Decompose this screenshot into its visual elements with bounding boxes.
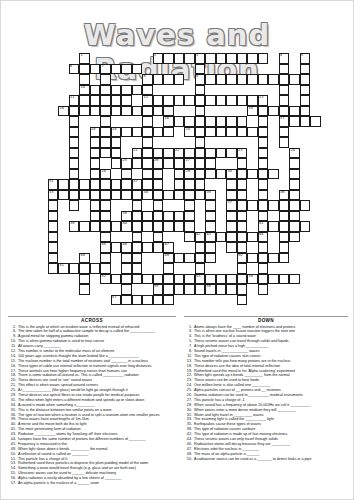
grid-cell[interactable] (174, 158, 185, 169)
grid-cell[interactable]: 30 (226, 169, 237, 180)
grid-cell[interactable] (90, 106, 101, 117)
grid-cell[interactable]: 11 (69, 95, 80, 106)
grid-cell[interactable] (163, 106, 174, 117)
grid-cell[interactable] (216, 53, 227, 64)
grid-cell[interactable] (184, 53, 195, 64)
grid-cell[interactable] (226, 127, 237, 138)
grid-cell[interactable] (279, 64, 290, 75)
grid-cell[interactable]: 6 (69, 64, 80, 75)
grid-cell[interactable] (237, 263, 248, 274)
grid-cell[interactable]: 48 (79, 253, 90, 264)
grid-cell[interactable] (174, 179, 185, 190)
grid-cell[interactable] (205, 221, 216, 232)
grid-cell[interactable] (258, 169, 269, 180)
grid-cell[interactable] (111, 95, 122, 106)
grid-cell[interactable] (142, 106, 153, 117)
grid-cell[interactable] (153, 211, 164, 222)
grid-cell[interactable] (132, 158, 143, 169)
grid-cell[interactable] (258, 200, 269, 211)
grid-cell[interactable] (226, 274, 237, 285)
grid-cell[interactable] (142, 179, 153, 190)
grid-cell[interactable] (100, 106, 111, 117)
grid-cell[interactable] (237, 295, 248, 306)
grid-cell[interactable] (48, 232, 59, 243)
grid-cell[interactable] (279, 221, 290, 232)
grid-cell[interactable] (100, 127, 111, 138)
grid-cell[interactable]: 12 (142, 95, 153, 106)
grid-cell[interactable] (184, 221, 195, 232)
grid-cell[interactable] (163, 274, 174, 285)
grid-cell[interactable]: 57 (111, 295, 122, 306)
grid-cell[interactable] (184, 148, 195, 159)
grid-cell[interactable] (216, 116, 227, 127)
grid-cell[interactable] (195, 116, 206, 127)
grid-cell[interactable] (289, 179, 300, 190)
grid-cell[interactable] (79, 95, 90, 106)
grid-cell[interactable] (111, 64, 122, 75)
grid-cell[interactable] (90, 158, 101, 169)
grid-cell[interactable] (111, 106, 122, 117)
grid-cell[interactable] (289, 190, 300, 201)
grid-cell[interactable] (111, 190, 122, 201)
grid-cell[interactable]: 35 (205, 190, 216, 201)
grid-cell[interactable] (237, 232, 248, 243)
grid-cell[interactable] (289, 106, 300, 117)
grid-cell[interactable] (90, 169, 101, 180)
grid-cell[interactable] (300, 64, 311, 75)
grid-cell[interactable] (258, 284, 269, 295)
grid-cell[interactable] (195, 64, 206, 75)
grid-cell[interactable] (121, 274, 132, 285)
grid-cell[interactable] (237, 53, 248, 64)
grid-cell[interactable] (100, 263, 111, 274)
grid-cell[interactable]: 56 (205, 284, 216, 295)
grid-cell[interactable]: 46 (121, 242, 132, 253)
grid-cell[interactable] (174, 221, 185, 232)
grid-cell[interactable]: 50 (237, 253, 248, 264)
grid-cell[interactable] (258, 148, 269, 159)
grid-cell[interactable] (268, 274, 279, 285)
grid-cell[interactable] (184, 284, 195, 295)
grid-cell[interactable] (132, 232, 143, 243)
grid-cell[interactable] (163, 158, 174, 169)
grid-cell[interactable] (132, 211, 143, 222)
grid-cell[interactable] (184, 179, 195, 190)
grid-cell[interactable]: 19 (111, 127, 122, 138)
grid-cell[interactable]: 26 (153, 158, 164, 169)
grid-cell[interactable] (300, 85, 311, 96)
grid-cell[interactable] (100, 179, 111, 190)
grid-cell[interactable] (279, 74, 290, 85)
grid-cell[interactable] (247, 232, 258, 243)
grid-cell[interactable] (153, 242, 164, 253)
grid-cell[interactable] (289, 169, 300, 180)
grid-cell[interactable] (142, 169, 153, 180)
grid-cell[interactable] (247, 53, 258, 64)
grid-cell[interactable] (100, 253, 111, 264)
grid-cell[interactable]: 5 (300, 53, 311, 64)
grid-cell[interactable]: 25 (121, 158, 132, 169)
grid-cell[interactable] (121, 64, 132, 75)
grid-cell[interactable] (111, 137, 122, 148)
grid-cell[interactable] (237, 169, 248, 180)
grid-cell[interactable] (100, 95, 111, 106)
grid-cell[interactable] (268, 169, 279, 180)
grid-cell[interactable]: 49 (163, 253, 174, 264)
grid-cell[interactable] (163, 53, 174, 64)
grid-cell[interactable] (100, 200, 111, 211)
grid-cell[interactable] (205, 274, 216, 285)
grid-cell[interactable] (258, 74, 269, 85)
grid-cell[interactable] (153, 95, 164, 106)
grid-cell[interactable]: 29 (184, 169, 195, 180)
grid-cell[interactable] (174, 211, 185, 222)
grid-cell[interactable] (216, 232, 227, 243)
grid-cell[interactable]: 3 (195, 53, 206, 64)
grid-cell[interactable]: 41 (258, 221, 269, 232)
grid-cell[interactable] (69, 263, 80, 274)
grid-cell[interactable] (237, 95, 248, 106)
grid-cell[interactable] (90, 211, 101, 222)
grid-cell[interactable]: 7 (100, 64, 111, 75)
grid-cell[interactable] (237, 190, 248, 201)
grid-cell[interactable] (121, 95, 132, 106)
grid-cell[interactable]: 20 (184, 127, 195, 138)
grid-cell[interactable] (258, 116, 269, 127)
grid-cell[interactable] (226, 284, 237, 295)
grid-cell[interactable]: 54 (247, 274, 258, 285)
grid-cell[interactable] (174, 190, 185, 201)
grid-cell[interactable]: 32 (132, 179, 143, 190)
grid-cell[interactable] (184, 211, 195, 222)
grid-cell[interactable] (195, 263, 206, 274)
grid-cell[interactable] (90, 64, 101, 75)
grid-cell[interactable] (216, 127, 227, 138)
grid-cell[interactable] (163, 211, 174, 222)
grid-cell[interactable] (111, 179, 122, 190)
grid-cell[interactable] (163, 95, 174, 106)
grid-cell[interactable] (111, 148, 122, 159)
grid-cell[interactable] (90, 148, 101, 159)
grid-cell[interactable] (132, 64, 143, 75)
grid-cell[interactable] (142, 127, 153, 138)
grid-cell[interactable] (111, 242, 122, 253)
grid-cell[interactable] (100, 211, 111, 222)
grid-cell[interactable] (121, 295, 132, 306)
grid-cell[interactable] (69, 158, 80, 169)
grid-cell[interactable] (153, 127, 164, 138)
grid-cell[interactable] (121, 190, 132, 201)
grid-cell[interactable] (132, 200, 143, 211)
grid-cell[interactable] (111, 221, 122, 232)
grid-cell[interactable] (69, 190, 80, 201)
grid-cell[interactable] (79, 221, 90, 232)
grid-cell[interactable] (163, 295, 174, 306)
grid-cell[interactable] (258, 190, 269, 201)
grid-cell[interactable] (174, 53, 185, 64)
grid-cell[interactable] (216, 274, 227, 285)
grid-cell[interactable] (174, 274, 185, 285)
grid-cell[interactable] (205, 200, 216, 211)
grid-cell[interactable] (289, 274, 300, 285)
grid-cell[interactable] (79, 263, 90, 274)
grid-cell[interactable] (48, 242, 59, 253)
grid-cell[interactable]: 24 (289, 148, 300, 159)
grid-cell[interactable] (279, 127, 290, 138)
grid-cell[interactable] (237, 116, 248, 127)
grid-cell[interactable] (205, 95, 216, 106)
grid-cell[interactable] (226, 190, 237, 201)
grid-cell[interactable]: 43 (205, 232, 216, 243)
grid-cell[interactable] (163, 221, 174, 232)
grid-cell[interactable] (237, 284, 248, 295)
grid-cell[interactable] (132, 274, 143, 285)
grid-cell[interactable] (258, 253, 269, 264)
grid-cell[interactable] (247, 169, 258, 180)
grid-cell[interactable] (279, 106, 290, 117)
grid-cell[interactable] (132, 221, 143, 232)
grid-cell[interactable] (195, 190, 206, 201)
grid-cell[interactable] (79, 274, 90, 285)
grid-cell[interactable] (258, 211, 269, 222)
grid-cell[interactable] (205, 211, 216, 222)
grid-cell[interactable] (153, 74, 164, 85)
grid-cell[interactable] (153, 169, 164, 180)
grid-cell[interactable] (258, 158, 269, 169)
grid-cell[interactable] (90, 190, 101, 201)
grid-cell[interactable] (184, 200, 195, 211)
grid-cell[interactable] (279, 200, 290, 211)
grid-cell[interactable] (237, 179, 248, 190)
grid-cell[interactable] (90, 179, 101, 190)
grid-cell[interactable]: 34 (142, 190, 153, 201)
grid-cell[interactable] (289, 116, 300, 127)
grid-cell[interactable] (90, 95, 101, 106)
grid-cell[interactable] (247, 95, 258, 106)
grid-cell[interactable] (258, 137, 269, 148)
grid-cell[interactable] (48, 200, 59, 211)
grid-cell[interactable] (226, 179, 237, 190)
grid-cell[interactable] (142, 116, 153, 127)
grid-cell[interactable] (153, 274, 164, 285)
grid-cell[interactable] (132, 263, 143, 274)
grid-cell[interactable] (142, 221, 153, 232)
grid-cell[interactable] (142, 148, 153, 159)
grid-cell[interactable] (90, 137, 101, 148)
grid-cell[interactable]: 2 (153, 53, 164, 64)
grid-cell[interactable]: 51 (58, 263, 69, 274)
grid-cell[interactable] (163, 74, 174, 85)
grid-cell[interactable] (174, 253, 185, 264)
grid-cell[interactable] (79, 64, 90, 75)
grid-cell[interactable] (48, 221, 59, 232)
grid-cell[interactable]: 55 (153, 284, 164, 295)
grid-cell[interactable]: 28 (100, 169, 111, 180)
grid-cell[interactable] (205, 127, 216, 138)
grid-cell[interactable] (79, 106, 90, 117)
grid-cell[interactable] (121, 85, 132, 96)
grid-cell[interactable]: 45 (100, 242, 111, 253)
grid-cell[interactable] (111, 274, 122, 285)
grid-cell[interactable] (279, 253, 290, 264)
grid-cell[interactable] (195, 95, 206, 106)
grid-cell[interactable] (195, 85, 206, 96)
grid-cell[interactable] (205, 148, 216, 159)
grid-cell[interactable] (184, 190, 195, 201)
grid-cell[interactable] (289, 74, 300, 85)
grid-cell[interactable] (216, 74, 227, 85)
grid-cell[interactable] (195, 284, 206, 295)
grid-cell[interactable] (100, 190, 111, 201)
grid-cell[interactable] (100, 137, 111, 148)
grid-cell[interactable] (300, 116, 311, 127)
grid-cell[interactable] (268, 74, 279, 85)
grid-cell[interactable] (69, 148, 80, 159)
grid-cell[interactable]: 37 (226, 200, 237, 211)
grid-cell[interactable] (226, 116, 237, 127)
grid-cell[interactable] (289, 200, 300, 211)
grid-cell[interactable] (153, 221, 164, 232)
grid-cell[interactable] (226, 74, 237, 85)
grid-cell[interactable] (279, 137, 290, 148)
grid-cell[interactable]: 4 (279, 53, 290, 64)
grid-cell[interactable]: 13 (258, 95, 269, 106)
grid-cell[interactable] (195, 179, 206, 190)
grid-cell[interactable] (205, 242, 216, 253)
grid-cell[interactable] (174, 74, 185, 85)
grid-cell[interactable] (153, 179, 164, 190)
grid-cell[interactable] (279, 95, 290, 106)
grid-cell[interactable]: 33 (48, 190, 59, 201)
grid-cell[interactable] (48, 211, 59, 222)
grid-cell[interactable] (153, 295, 164, 306)
grid-cell[interactable] (132, 190, 143, 201)
grid-cell[interactable]: 40 (121, 221, 132, 232)
grid-cell[interactable] (174, 169, 185, 180)
grid-cell[interactable] (226, 53, 237, 64)
grid-cell[interactable] (258, 263, 269, 274)
grid-cell[interactable] (289, 221, 300, 232)
grid-cell[interactable] (69, 116, 80, 127)
grid-cell[interactable] (100, 148, 111, 159)
grid-cell[interactable] (174, 116, 185, 127)
grid-cell[interactable] (132, 85, 143, 96)
grid-cell[interactable]: 15 (247, 106, 258, 117)
grid-cell[interactable] (163, 148, 174, 159)
grid-cell[interactable] (289, 158, 300, 169)
grid-cell[interactable] (279, 211, 290, 222)
grid-cell[interactable] (258, 242, 269, 253)
grid-cell[interactable] (69, 127, 80, 138)
grid-cell[interactable] (247, 200, 258, 211)
grid-cell[interactable] (69, 106, 80, 117)
grid-cell[interactable]: 52 (100, 274, 111, 285)
grid-cell[interactable] (300, 221, 311, 232)
grid-cell[interactable] (216, 148, 227, 159)
grid-cell[interactable] (289, 232, 300, 243)
grid-cell[interactable] (216, 284, 227, 295)
grid-cell[interactable] (100, 116, 111, 127)
grid-cell[interactable]: 36 (279, 190, 290, 201)
grid-cell[interactable]: 18 (90, 127, 101, 138)
grid-cell[interactable] (195, 169, 206, 180)
grid-cell[interactable] (153, 106, 164, 117)
grid-cell[interactable] (142, 242, 153, 253)
grid-cell[interactable]: 10 (79, 85, 90, 96)
grid-cell[interactable] (195, 106, 206, 117)
grid-cell[interactable]: 16 (163, 116, 174, 127)
grid-cell[interactable] (153, 148, 164, 159)
grid-cell[interactable] (163, 190, 174, 201)
grid-cell[interactable] (121, 179, 132, 190)
grid-cell[interactable] (300, 106, 311, 117)
grid-cell[interactable]: 42 (195, 232, 206, 243)
grid-cell[interactable] (205, 158, 216, 169)
grid-cell[interactable]: 53 (195, 274, 206, 285)
grid-cell[interactable] (237, 274, 248, 285)
grid-cell[interactable] (310, 116, 321, 127)
grid-cell[interactable] (205, 169, 216, 180)
grid-cell[interactable] (258, 127, 269, 138)
grid-cell[interactable] (237, 158, 248, 169)
grid-cell[interactable] (237, 211, 248, 222)
grid-cell[interactable]: 8 (142, 74, 153, 85)
grid-cell[interactable] (142, 274, 153, 285)
grid-cell[interactable] (195, 137, 206, 148)
grid-cell[interactable] (174, 95, 185, 106)
grid-cell[interactable] (195, 253, 206, 264)
grid-cell[interactable] (132, 242, 143, 253)
grid-cell[interactable] (69, 179, 80, 190)
grid-cell[interactable] (100, 85, 111, 96)
grid-cell[interactable] (142, 158, 153, 169)
grid-cell[interactable] (226, 232, 237, 243)
grid-cell[interactable] (184, 274, 195, 285)
grid-cell[interactable]: 27 (184, 158, 195, 169)
grid-cell[interactable] (79, 179, 90, 190)
grid-cell[interactable] (226, 242, 237, 253)
grid-cell[interactable] (300, 74, 311, 85)
grid-cell[interactable] (132, 127, 143, 138)
grid-cell[interactable] (247, 253, 258, 264)
grid-cell[interactable] (195, 242, 206, 253)
grid-cell[interactable] (205, 53, 216, 64)
grid-cell[interactable] (163, 284, 174, 295)
grid-cell[interactable] (237, 127, 248, 138)
grid-cell[interactable] (279, 85, 290, 96)
grid-cell[interactable] (205, 74, 216, 85)
grid-cell[interactable]: 44 (258, 232, 269, 243)
grid-cell[interactable] (79, 284, 90, 295)
grid-cell[interactable] (216, 169, 227, 180)
grid-cell[interactable] (132, 295, 143, 306)
grid-cell[interactable] (58, 179, 69, 190)
grid-cell[interactable] (289, 211, 300, 222)
grid-cell[interactable] (174, 284, 185, 295)
grid-cell[interactable] (195, 148, 206, 159)
grid-cell[interactable] (153, 190, 164, 201)
grid-cell[interactable] (132, 253, 143, 264)
grid-cell[interactable] (90, 200, 101, 211)
grid-cell[interactable]: 22 (174, 148, 185, 159)
grid-cell[interactable] (195, 127, 206, 138)
grid-cell[interactable] (163, 127, 174, 138)
grid-cell[interactable]: 47 (163, 242, 174, 253)
grid-cell[interactable] (195, 158, 206, 169)
grid-cell[interactable] (226, 148, 237, 159)
grid-cell[interactable] (300, 200, 311, 211)
grid-cell[interactable] (205, 116, 216, 127)
